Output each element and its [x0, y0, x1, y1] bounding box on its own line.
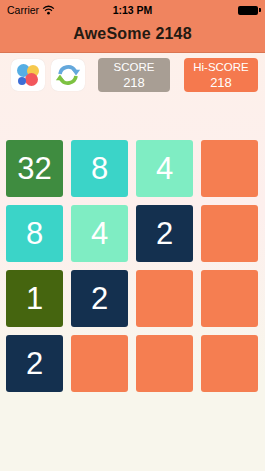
- wifi-icon: [42, 5, 55, 15]
- tile-r2c1-8: 8: [6, 205, 63, 262]
- tile-r2c4-empty: [201, 205, 258, 262]
- score-box: SCORE 218: [98, 58, 170, 92]
- status-bar: Carrier 1:13 PM: [0, 0, 265, 18]
- tile-r1c1-32: 32: [6, 140, 63, 197]
- battery-icon: [238, 6, 258, 15]
- clock: 1:13 PM: [113, 4, 153, 16]
- score-value: 218: [98, 75, 170, 90]
- page-title: AweSome 2148: [0, 18, 265, 50]
- score-label: SCORE: [98, 60, 170, 75]
- tile-r3c4-empty: [201, 270, 258, 327]
- controls-row: SCORE 218 Hi-SCORE 218: [0, 58, 265, 92]
- refresh-icon: [55, 62, 81, 88]
- tile-r1c2-8: 8: [71, 140, 128, 197]
- tile-r4c2-empty: [71, 335, 128, 392]
- tile-r2c3-2: 2: [136, 205, 193, 262]
- hiscore-value: 218: [184, 75, 258, 90]
- app-screen: Carrier 1:13 PM AweSome 2148: [0, 0, 265, 471]
- tile-r4c3-empty: [136, 335, 193, 392]
- tile-r4c4-empty: [201, 335, 258, 392]
- carrier-label: Carrier: [7, 4, 39, 16]
- tile-r4c1-2: 2: [6, 335, 63, 392]
- tile-r2c2-4: 4: [71, 205, 128, 262]
- tile-r3c1-1: 1: [6, 270, 63, 327]
- tile-r1c3-4: 4: [136, 140, 193, 197]
- tile-r3c3-empty: [136, 270, 193, 327]
- game-center-button[interactable]: [11, 59, 45, 91]
- tile-r1c4-empty: [201, 140, 258, 197]
- tile-r3c2-2: 2: [71, 270, 128, 327]
- header: Carrier 1:13 PM AweSome 2148: [0, 0, 265, 53]
- restart-button[interactable]: [51, 59, 85, 91]
- hiscore-box: Hi-SCORE 218: [184, 58, 258, 92]
- hiscore-label: Hi-SCORE: [184, 60, 258, 75]
- board[interactable]: 3284842122: [6, 140, 258, 392]
